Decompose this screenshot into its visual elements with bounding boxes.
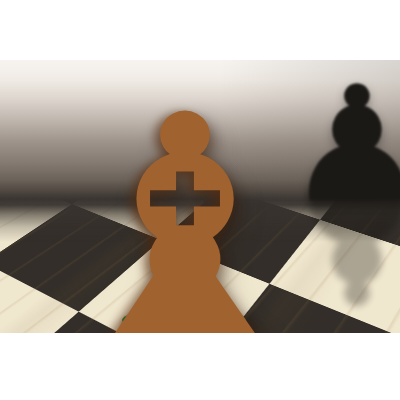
product-photo: ♟ ♟ ♝ <box>0 0 400 400</box>
board-scene <box>0 60 400 333</box>
photo-area: ♟ ♟ ♝ <box>0 60 400 333</box>
chessboard <box>0 60 400 333</box>
